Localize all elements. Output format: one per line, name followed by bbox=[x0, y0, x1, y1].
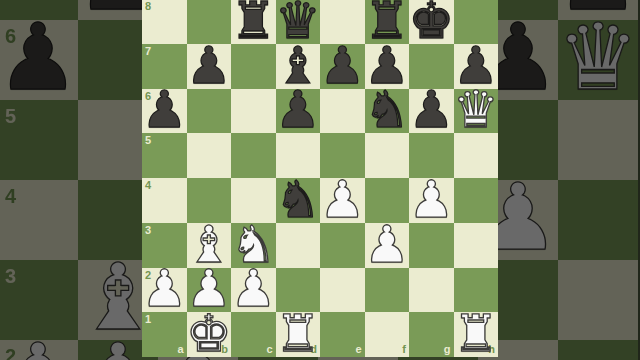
square-e6[interactable] bbox=[320, 89, 365, 134]
chess-board[interactable]: 8♜♛♜♚7♟♝♟♟♟6♟♟♞♟♛54♞♟♟3♝♞♟2♟♟♟1ab♚cd♜efg… bbox=[142, 0, 498, 357]
square-a4: 4 bbox=[0, 180, 78, 260]
rank-label-1: 1 bbox=[145, 314, 151, 325]
square-g4[interactable]: ♟ bbox=[409, 178, 454, 223]
square-e1[interactable]: e bbox=[320, 312, 365, 357]
white-pawn[interactable]: ♟ bbox=[142, 267, 187, 312]
rank-label-8: 8 bbox=[145, 1, 151, 12]
square-d4[interactable]: ♞ bbox=[276, 178, 321, 223]
square-f6[interactable]: ♞ bbox=[365, 89, 410, 134]
square-c2[interactable]: ♟ bbox=[231, 268, 276, 313]
square-b6[interactable] bbox=[187, 89, 232, 134]
black-pawn[interactable]: ♟ bbox=[142, 88, 187, 133]
black-pawn[interactable]: ♟ bbox=[320, 43, 365, 88]
square-a2[interactable]: 2♟ bbox=[142, 268, 187, 313]
rank-label-7: 7 bbox=[145, 46, 151, 57]
rank-label-4: 4 bbox=[145, 180, 151, 191]
rank-label-3: 3 bbox=[145, 225, 151, 236]
rank-label-5: 5 bbox=[145, 135, 151, 146]
black-pawn[interactable]: ♟ bbox=[276, 88, 321, 133]
square-c8[interactable]: ♜ bbox=[231, 0, 276, 44]
square-f3[interactable]: ♟ bbox=[365, 223, 410, 268]
white-pawn[interactable]: ♟ bbox=[231, 267, 276, 312]
rank-label-5: 5 bbox=[5, 106, 16, 126]
square-d1[interactable]: d♜ bbox=[276, 312, 321, 357]
square-f1[interactable]: f bbox=[365, 312, 410, 357]
square-g2[interactable] bbox=[409, 268, 454, 313]
square-h3[interactable] bbox=[454, 223, 499, 268]
white-pawn[interactable]: ♟ bbox=[320, 177, 365, 222]
black-pawn: ♟ bbox=[0, 18, 78, 98]
file-label-c: c bbox=[266, 344, 272, 355]
square-g3[interactable] bbox=[409, 223, 454, 268]
square-b7[interactable]: ♟ bbox=[187, 44, 232, 89]
square-g6[interactable]: ♟ bbox=[409, 89, 454, 134]
black-pawn[interactable]: ♟ bbox=[187, 43, 232, 88]
black-king[interactable]: ♚ bbox=[409, 0, 454, 43]
square-a8[interactable]: 8 bbox=[142, 0, 187, 44]
square-c7[interactable] bbox=[231, 44, 276, 89]
black-knight[interactable]: ♞ bbox=[365, 88, 410, 133]
square-f5[interactable] bbox=[365, 133, 410, 178]
square-g1[interactable]: g bbox=[409, 312, 454, 357]
square-a2: 2♟ bbox=[0, 340, 78, 360]
white-rook[interactable]: ♜ bbox=[454, 311, 499, 356]
square-e3[interactable] bbox=[320, 223, 365, 268]
square-h6[interactable]: ♛ bbox=[454, 89, 499, 134]
file-label-e: e bbox=[355, 344, 361, 355]
black-rook[interactable]: ♜ bbox=[231, 0, 276, 43]
square-c1[interactable]: c bbox=[231, 312, 276, 357]
rank-label-3: 3 bbox=[5, 266, 16, 286]
white-king[interactable]: ♚ bbox=[187, 311, 232, 356]
square-b1[interactable]: b♚ bbox=[187, 312, 232, 357]
square-d3[interactable] bbox=[276, 223, 321, 268]
square-e4[interactable]: ♟ bbox=[320, 178, 365, 223]
square-c5[interactable] bbox=[231, 133, 276, 178]
white-queen: ♛ bbox=[558, 18, 638, 98]
video-frame: 8♜♛♜♚7♟♝♟♟♟6♟♟♞♟♛54♞♟♟3♝♞♟2♟♟♟1ab♚cd♜efg… bbox=[0, 0, 640, 360]
square-a6[interactable]: 6♟ bbox=[142, 89, 187, 134]
file-label-f: f bbox=[402, 344, 406, 355]
file-label-g: g bbox=[444, 344, 451, 355]
square-h4 bbox=[558, 180, 638, 260]
square-h5[interactable] bbox=[454, 133, 499, 178]
square-h4[interactable] bbox=[454, 178, 499, 223]
square-g8[interactable]: ♚ bbox=[409, 0, 454, 44]
square-h6: ♛ bbox=[558, 20, 638, 100]
square-a5[interactable]: 5 bbox=[142, 133, 187, 178]
square-e7[interactable]: ♟ bbox=[320, 44, 365, 89]
square-a5: 5 bbox=[0, 100, 78, 180]
white-rook[interactable]: ♜ bbox=[276, 311, 321, 356]
square-f2[interactable] bbox=[365, 268, 410, 313]
white-pawn[interactable]: ♟ bbox=[365, 222, 410, 267]
square-a4[interactable]: 4 bbox=[142, 178, 187, 223]
square-a6: 6♟ bbox=[0, 20, 78, 100]
square-h5 bbox=[558, 100, 638, 180]
white-pawn: ♟ bbox=[0, 338, 78, 360]
square-h3 bbox=[558, 260, 638, 340]
square-h1[interactable]: h♜ bbox=[454, 312, 499, 357]
square-b5[interactable] bbox=[187, 133, 232, 178]
file-label-a: a bbox=[177, 344, 183, 355]
square-h2 bbox=[558, 340, 638, 360]
square-a1[interactable]: 1a bbox=[142, 312, 187, 357]
square-e2[interactable] bbox=[320, 268, 365, 313]
black-pawn[interactable]: ♟ bbox=[409, 88, 454, 133]
square-d6[interactable]: ♟ bbox=[276, 89, 321, 134]
white-queen[interactable]: ♛ bbox=[454, 88, 499, 133]
square-c6[interactable] bbox=[231, 89, 276, 134]
rank-label-4: 4 bbox=[5, 186, 16, 206]
white-pawn[interactable]: ♟ bbox=[409, 177, 454, 222]
black-knight[interactable]: ♞ bbox=[276, 177, 321, 222]
